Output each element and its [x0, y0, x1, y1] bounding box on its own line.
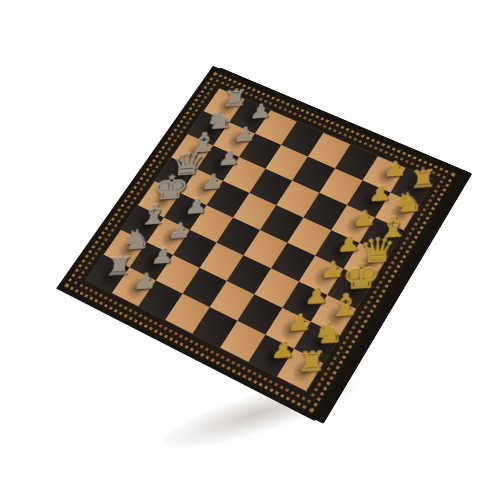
square-g1: ♞ [294, 322, 340, 364]
piece-contact-shadow [138, 248, 168, 277]
square-h4 [192, 307, 237, 348]
square-e3 [271, 243, 315, 282]
piece-white-pawn-f2: ♟ [283, 283, 350, 309]
piece-contact-shadow [286, 355, 317, 387]
square-g4 [210, 281, 255, 321]
piece-contact-shadow [292, 287, 322, 317]
piece-contact-shadow [356, 186, 385, 214]
chess-board: ♜♞♝♚♛♝♞♜♟♟♟♟♟♟♟♟♟♟♟♟♟♟♟♟♜♞♝♚♛♝♞♜ [56, 66, 464, 421]
square-d2: ♟ [315, 230, 359, 269]
piece-contact-shadow [400, 173, 429, 201]
piece-white-pawn-c2: ♟ [332, 206, 397, 231]
piece-contact-shadow [369, 223, 399, 252]
square-d3 [287, 218, 331, 256]
square-c2: ♟ [331, 205, 375, 243]
piece-contact-shadow [303, 328, 334, 359]
square-h3 [220, 321, 265, 362]
board-surface: ♜♞♝♚♛♝♞♜♟♟♟♟♟♟♟♟♟♟♟♟♟♟♟♟♜♞♝♚♛♝♞♜ [56, 66, 464, 421]
piece-white-pawn-g2: ♟ [266, 309, 333, 335]
square-e4 [244, 230, 288, 268]
piece-contact-shadow [121, 273, 151, 302]
square-f3 [254, 268, 299, 308]
square-c1: ♝ [359, 218, 403, 256]
piece-contact-shadow [337, 275, 367, 305]
square-f5 [200, 242, 244, 280]
piece-white-pawn-e2: ♟ [300, 257, 366, 283]
piece-contact-shadow [275, 314, 306, 345]
square-f4 [227, 255, 271, 294]
square-f1: ♝ [311, 295, 356, 336]
square-e1: ♚ [327, 269, 372, 309]
piece-white-queen-d1: ♛ [344, 232, 410, 269]
piece-contact-shadow [384, 198, 413, 226]
piece-contact-shadow [340, 211, 370, 240]
square-h7: ♟ [112, 267, 156, 306]
piece-contact-shadow [324, 236, 354, 265]
square-b1: ♞ [375, 193, 419, 231]
piece-white-knight-g1: ♞ [295, 317, 363, 350]
piece-white-king-e1: ♚ [328, 256, 395, 296]
piece-white-bishop-f1: ♝ [312, 288, 379, 322]
piece-contact-shadow [353, 249, 383, 279]
square-d1: ♛ [343, 243, 388, 282]
piece-white-pawn-d2: ♟ [316, 231, 381, 256]
square-g3 [237, 294, 282, 334]
square-g5 [183, 268, 227, 307]
square-g6 [156, 255, 200, 294]
piece-white-pawn-h2: ♟ [249, 336, 317, 363]
square-h1: ♜ [277, 349, 323, 391]
square-h5 [165, 294, 210, 334]
board-grid: ♜♞♝♚♛♝♞♜♟♟♟♟♟♟♟♟♟♟♟♟♟♟♟♟♜♞♝♚♛♝♞♜ [86, 88, 434, 391]
square-e2: ♟ [299, 256, 344, 295]
piece-black-pawn-h7: ♟ [113, 269, 178, 294]
square-f2: ♟ [282, 282, 327, 322]
piece-contact-shadow [95, 260, 125, 289]
square-h2: ♟ [248, 335, 294, 377]
piece-white-bishop-c1: ♝ [360, 211, 425, 244]
square-h6 [138, 280, 182, 319]
square-g2: ♟ [265, 308, 310, 349]
piece-contact-shadow [258, 341, 289, 372]
piece-contact-shadow [320, 301, 351, 332]
piece-white-rook-h1: ♜ [278, 346, 346, 377]
photo-scene: ♜♞♝♚♛♝♞♜♟♟♟♟♟♟♟♟♟♟♟♟♟♟♟♟♜♞♝♚♛♝♞♜ [110, 80, 410, 380]
piece-contact-shadow [308, 261, 338, 291]
